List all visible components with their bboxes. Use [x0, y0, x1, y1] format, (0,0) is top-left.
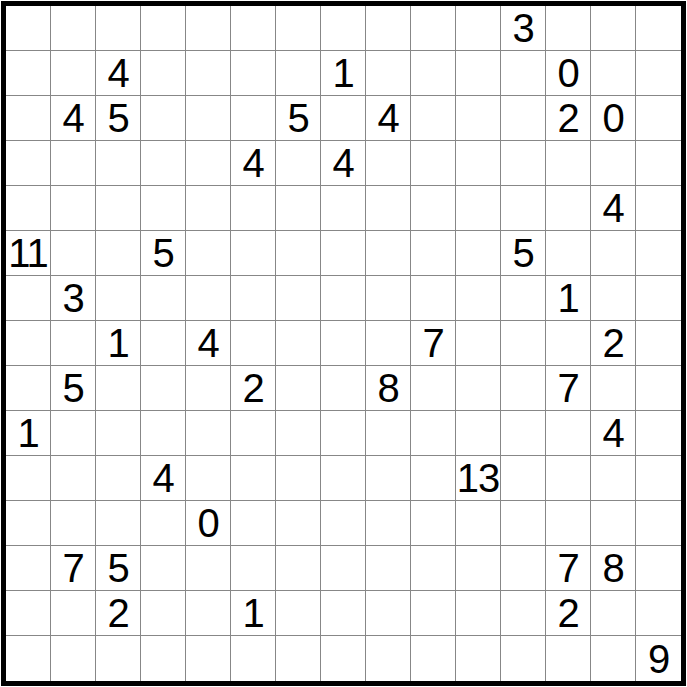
cell-r15c6[interactable] [231, 636, 276, 681]
cell-r4c10[interactable] [411, 141, 456, 186]
cell-r2c13-clue[interactable]: 0 [546, 51, 591, 96]
cell-r7c2-clue[interactable]: 3 [51, 276, 96, 321]
cell-r10c5[interactable] [186, 411, 231, 456]
cell-r15c9[interactable] [366, 636, 411, 681]
cell-r9c4[interactable] [141, 366, 186, 411]
cell-r10c2[interactable] [51, 411, 96, 456]
cell-r4c12[interactable] [501, 141, 546, 186]
cell-r6c13[interactable] [546, 231, 591, 276]
cell-r1c14[interactable] [591, 6, 636, 51]
cell-r3c10[interactable] [411, 96, 456, 141]
cell-r11c4-clue[interactable]: 4 [141, 456, 186, 501]
cell-r7c8[interactable] [321, 276, 366, 321]
cell-r14c13-clue[interactable]: 2 [546, 591, 591, 636]
cell-r1c11[interactable] [456, 6, 501, 51]
cell-r14c9[interactable] [366, 591, 411, 636]
cell-r7c3[interactable] [96, 276, 141, 321]
cell-r13c4[interactable] [141, 546, 186, 591]
cell-r2c15[interactable] [636, 51, 681, 96]
cell-r9c1[interactable] [6, 366, 51, 411]
cell-r3c7-clue[interactable]: 5 [276, 96, 321, 141]
cell-r5c4[interactable] [141, 186, 186, 231]
cell-r2c7[interactable] [276, 51, 321, 96]
cell-r12c15[interactable] [636, 501, 681, 546]
cell-r14c15[interactable] [636, 591, 681, 636]
cell-r9c5[interactable] [186, 366, 231, 411]
cell-r12c6[interactable] [231, 501, 276, 546]
cell-r6c9[interactable] [366, 231, 411, 276]
cell-r9c6-clue[interactable]: 2 [231, 366, 276, 411]
cell-r10c15[interactable] [636, 411, 681, 456]
cell-r8c10-clue[interactable]: 7 [411, 321, 456, 366]
cell-r3c9-clue[interactable]: 4 [366, 96, 411, 141]
cell-r10c3[interactable] [96, 411, 141, 456]
cell-r10c1-clue[interactable]: 1 [6, 411, 51, 456]
cell-r3c12[interactable] [501, 96, 546, 141]
cell-r3c13-clue[interactable]: 2 [546, 96, 591, 141]
cell-r3c8[interactable] [321, 96, 366, 141]
cell-r13c12[interactable] [501, 546, 546, 591]
cell-r9c3[interactable] [96, 366, 141, 411]
cell-r4c9[interactable] [366, 141, 411, 186]
cell-r15c13[interactable] [546, 636, 591, 681]
cell-r3c2-clue[interactable]: 4 [51, 96, 96, 141]
cell-r6c3[interactable] [96, 231, 141, 276]
cell-r15c3[interactable] [96, 636, 141, 681]
cell-r8c3-clue[interactable]: 1 [96, 321, 141, 366]
cell-r3c4[interactable] [141, 96, 186, 141]
cell-r3c5[interactable] [186, 96, 231, 141]
cell-r6c11[interactable] [456, 231, 501, 276]
cell-r14c3-clue[interactable]: 2 [96, 591, 141, 636]
cell-r8c7[interactable] [276, 321, 321, 366]
cell-r8c8[interactable] [321, 321, 366, 366]
cell-r8c5-clue[interactable]: 4 [186, 321, 231, 366]
cell-r13c2-clue[interactable]: 7 [51, 546, 96, 591]
cell-r8c12[interactable] [501, 321, 546, 366]
cell-r1c10[interactable] [411, 6, 456, 51]
cell-r10c12[interactable] [501, 411, 546, 456]
cell-r11c12[interactable] [501, 456, 546, 501]
cell-r2c5[interactable] [186, 51, 231, 96]
cell-r12c14[interactable] [591, 501, 636, 546]
cell-r11c14[interactable] [591, 456, 636, 501]
cell-r15c14[interactable] [591, 636, 636, 681]
cell-r11c9[interactable] [366, 456, 411, 501]
puzzle-board: 3410455420444115531147252871441307578212… [1, 1, 686, 686]
cell-r7c14[interactable] [591, 276, 636, 321]
cell-r6c14[interactable] [591, 231, 636, 276]
cell-r14c12[interactable] [501, 591, 546, 636]
cell-r10c8[interactable] [321, 411, 366, 456]
cell-r1c13[interactable] [546, 6, 591, 51]
cell-r11c11-clue[interactable]: 13 [456, 456, 501, 501]
cell-r3c11[interactable] [456, 96, 501, 141]
cell-r2c14[interactable] [591, 51, 636, 96]
cell-r12c13[interactable] [546, 501, 591, 546]
cell-r7c6[interactable] [231, 276, 276, 321]
cell-r11c7[interactable] [276, 456, 321, 501]
cell-r5c3[interactable] [96, 186, 141, 231]
cell-r8c4[interactable] [141, 321, 186, 366]
cell-r6c7[interactable] [276, 231, 321, 276]
cell-r7c11[interactable] [456, 276, 501, 321]
cell-r3c3-clue[interactable]: 5 [96, 96, 141, 141]
cell-r14c2[interactable] [51, 591, 96, 636]
cell-r13c3-clue[interactable]: 5 [96, 546, 141, 591]
cell-r4c2[interactable] [51, 141, 96, 186]
cell-r13c5[interactable] [186, 546, 231, 591]
cell-r14c7[interactable] [276, 591, 321, 636]
cell-r10c11[interactable] [456, 411, 501, 456]
cell-r6c15[interactable] [636, 231, 681, 276]
cell-r9c9-clue[interactable]: 8 [366, 366, 411, 411]
cell-r14c5[interactable] [186, 591, 231, 636]
cell-r1c9[interactable] [366, 6, 411, 51]
cell-r9c14[interactable] [591, 366, 636, 411]
cell-r1c1[interactable] [6, 6, 51, 51]
cell-r7c7[interactable] [276, 276, 321, 321]
cell-r5c2[interactable] [51, 186, 96, 231]
cell-r11c2[interactable] [51, 456, 96, 501]
cell-r1c8[interactable] [321, 6, 366, 51]
cell-r13c1[interactable] [6, 546, 51, 591]
cell-r8c6[interactable] [231, 321, 276, 366]
cell-r9c15[interactable] [636, 366, 681, 411]
cell-r8c1[interactable] [6, 321, 51, 366]
cell-r10c4[interactable] [141, 411, 186, 456]
cell-r5c15[interactable] [636, 186, 681, 231]
cell-r12c4[interactable] [141, 501, 186, 546]
cell-r3c6[interactable] [231, 96, 276, 141]
cell-r10c14-clue[interactable]: 4 [591, 411, 636, 456]
cell-r8c15[interactable] [636, 321, 681, 366]
cell-r5c9[interactable] [366, 186, 411, 231]
cell-r10c10[interactable] [411, 411, 456, 456]
cell-r13c13-clue[interactable]: 7 [546, 546, 591, 591]
cell-r13c7[interactable] [276, 546, 321, 591]
cell-r13c9[interactable] [366, 546, 411, 591]
cell-r5c10[interactable] [411, 186, 456, 231]
cell-r15c7[interactable] [276, 636, 321, 681]
cell-r9c13-clue[interactable]: 7 [546, 366, 591, 411]
cell-r2c9[interactable] [366, 51, 411, 96]
cell-r11c10[interactable] [411, 456, 456, 501]
cell-r15c4[interactable] [141, 636, 186, 681]
cell-r2c10[interactable] [411, 51, 456, 96]
cell-r4c8-clue[interactable]: 4 [321, 141, 366, 186]
cell-r1c3[interactable] [96, 6, 141, 51]
cell-r14c14[interactable] [591, 591, 636, 636]
cell-r14c4[interactable] [141, 591, 186, 636]
cell-r13c15[interactable] [636, 546, 681, 591]
cell-r3c15[interactable] [636, 96, 681, 141]
cell-r12c12[interactable] [501, 501, 546, 546]
cell-r6c5[interactable] [186, 231, 231, 276]
cell-r2c1[interactable] [6, 51, 51, 96]
cell-r7c4[interactable] [141, 276, 186, 321]
cell-r12c10[interactable] [411, 501, 456, 546]
cell-r6c10[interactable] [411, 231, 456, 276]
cell-r6c8[interactable] [321, 231, 366, 276]
cell-r9c11[interactable] [456, 366, 501, 411]
cell-r7c15[interactable] [636, 276, 681, 321]
cell-r4c13[interactable] [546, 141, 591, 186]
cell-r6c2[interactable] [51, 231, 96, 276]
cell-r15c2[interactable] [51, 636, 96, 681]
cell-r1c2[interactable] [51, 6, 96, 51]
cell-r5c14-clue[interactable]: 4 [591, 186, 636, 231]
cell-r14c8[interactable] [321, 591, 366, 636]
cell-r2c2[interactable] [51, 51, 96, 96]
cell-r11c3[interactable] [96, 456, 141, 501]
cell-r1c6[interactable] [231, 6, 276, 51]
cell-r5c5[interactable] [186, 186, 231, 231]
cell-r4c4[interactable] [141, 141, 186, 186]
cell-r4c6-clue[interactable]: 4 [231, 141, 276, 186]
cell-r7c13-clue[interactable]: 1 [546, 276, 591, 321]
cell-r4c1[interactable] [6, 141, 51, 186]
cell-r2c3-clue[interactable]: 4 [96, 51, 141, 96]
cell-r8c14-clue[interactable]: 2 [591, 321, 636, 366]
cell-r14c10[interactable] [411, 591, 456, 636]
cell-r4c14[interactable] [591, 141, 636, 186]
cell-r6c6[interactable] [231, 231, 276, 276]
cell-r9c2-clue[interactable]: 5 [51, 366, 96, 411]
cell-r2c11[interactable] [456, 51, 501, 96]
cell-r11c5[interactable] [186, 456, 231, 501]
cell-r9c10[interactable] [411, 366, 456, 411]
cell-r12c8[interactable] [321, 501, 366, 546]
cell-r12c11[interactable] [456, 501, 501, 546]
cell-r15c15-clue[interactable]: 9 [636, 636, 681, 681]
cell-r11c6[interactable] [231, 456, 276, 501]
cell-r13c10[interactable] [411, 546, 456, 591]
cell-r5c8[interactable] [321, 186, 366, 231]
cell-r3c1[interactable] [6, 96, 51, 141]
cell-r2c8-clue[interactable]: 1 [321, 51, 366, 96]
cell-r12c5-clue[interactable]: 0 [186, 501, 231, 546]
cell-r13c11[interactable] [456, 546, 501, 591]
cell-r12c3[interactable] [96, 501, 141, 546]
cell-r15c11[interactable] [456, 636, 501, 681]
cell-r12c2[interactable] [51, 501, 96, 546]
cell-r14c11[interactable] [456, 591, 501, 636]
cell-r6c1-clue[interactable]: 11 [6, 231, 51, 276]
cell-r6c4-clue[interactable]: 5 [141, 231, 186, 276]
cell-r14c1[interactable] [6, 591, 51, 636]
cell-r10c9[interactable] [366, 411, 411, 456]
cell-r10c13[interactable] [546, 411, 591, 456]
cell-r1c7[interactable] [276, 6, 321, 51]
cell-r15c8[interactable] [321, 636, 366, 681]
cell-r13c14-clue[interactable]: 8 [591, 546, 636, 591]
cell-r1c15[interactable] [636, 6, 681, 51]
cell-r1c5[interactable] [186, 6, 231, 51]
cell-r4c7[interactable] [276, 141, 321, 186]
cell-r4c5[interactable] [186, 141, 231, 186]
cell-r15c1[interactable] [6, 636, 51, 681]
cell-r7c5[interactable] [186, 276, 231, 321]
cell-r11c8[interactable] [321, 456, 366, 501]
cell-r9c7[interactable] [276, 366, 321, 411]
cell-r14c6-clue[interactable]: 1 [231, 591, 276, 636]
cell-r2c6[interactable] [231, 51, 276, 96]
cell-r10c6[interactable] [231, 411, 276, 456]
cell-r2c4[interactable] [141, 51, 186, 96]
cell-r5c7[interactable] [276, 186, 321, 231]
cell-r4c3[interactable] [96, 141, 141, 186]
cell-r1c4[interactable] [141, 6, 186, 51]
cell-r11c13[interactable] [546, 456, 591, 501]
cell-r10c7[interactable] [276, 411, 321, 456]
cell-r15c12[interactable] [501, 636, 546, 681]
cell-r5c1[interactable] [6, 186, 51, 231]
cell-r1c12-clue[interactable]: 3 [501, 6, 546, 51]
cell-r8c13[interactable] [546, 321, 591, 366]
cell-r7c9[interactable] [366, 276, 411, 321]
cell-r13c6[interactable] [231, 546, 276, 591]
cell-r4c15[interactable] [636, 141, 681, 186]
cell-r11c1[interactable] [6, 456, 51, 501]
cell-r15c10[interactable] [411, 636, 456, 681]
cell-r9c12[interactable] [501, 366, 546, 411]
cell-r13c8[interactable] [321, 546, 366, 591]
cell-r12c9[interactable] [366, 501, 411, 546]
cell-r8c9[interactable] [366, 321, 411, 366]
cell-r3c14-clue[interactable]: 0 [591, 96, 636, 141]
cell-r7c12[interactable] [501, 276, 546, 321]
cell-r5c12[interactable] [501, 186, 546, 231]
cell-r7c1[interactable] [6, 276, 51, 321]
cell-r7c10[interactable] [411, 276, 456, 321]
cell-r15c5[interactable] [186, 636, 231, 681]
cell-r9c8[interactable] [321, 366, 366, 411]
cell-r2c12[interactable] [501, 51, 546, 96]
cell-r8c2[interactable] [51, 321, 96, 366]
cell-r11c15[interactable] [636, 456, 681, 501]
cell-r12c7[interactable] [276, 501, 321, 546]
cell-r6c12-clue[interactable]: 5 [501, 231, 546, 276]
cell-r5c11[interactable] [456, 186, 501, 231]
cell-r12c1[interactable] [6, 501, 51, 546]
cell-r8c11[interactable] [456, 321, 501, 366]
cell-r5c6[interactable] [231, 186, 276, 231]
cell-r5c13[interactable] [546, 186, 591, 231]
cell-r4c11[interactable] [456, 141, 501, 186]
